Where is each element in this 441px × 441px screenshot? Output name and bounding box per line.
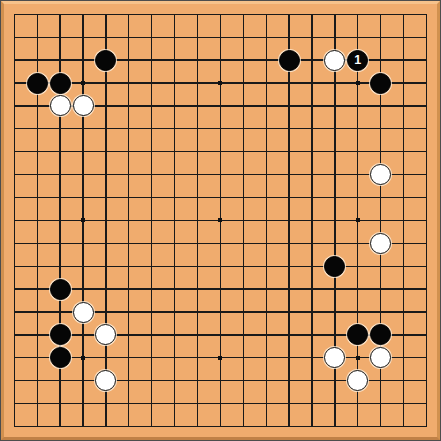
grid-line-horizontal <box>14 403 428 404</box>
star-point <box>356 81 360 85</box>
stone-white[interactable] <box>324 347 345 368</box>
stone-black[interactable] <box>370 73 391 94</box>
stone-white[interactable] <box>73 302 94 323</box>
stone-black[interactable] <box>50 73 71 94</box>
grid-line-vertical <box>426 14 427 428</box>
grid-line-horizontal <box>14 266 428 267</box>
star-point <box>81 218 85 222</box>
stone-black[interactable] <box>347 324 368 345</box>
stone-white[interactable] <box>370 164 391 185</box>
stone-white[interactable] <box>347 370 368 391</box>
stone-black[interactable] <box>27 73 48 94</box>
stone-black[interactable] <box>50 347 71 368</box>
go-board[interactable]: 1 <box>0 0 441 441</box>
star-point <box>356 356 360 360</box>
grid-line-vertical <box>311 14 312 428</box>
stone-black[interactable] <box>279 50 300 71</box>
stone-white[interactable] <box>370 347 391 368</box>
stone-white[interactable] <box>95 324 116 345</box>
stone-black[interactable] <box>50 279 71 300</box>
stone-white[interactable] <box>50 95 71 116</box>
stone-white[interactable] <box>73 95 94 116</box>
grid-line-horizontal <box>14 288 428 289</box>
board-grid: 1 <box>14 14 428 428</box>
board-surface: 1 <box>1 1 440 440</box>
star-point <box>218 218 222 222</box>
stone-black[interactable]: 1 <box>347 50 368 71</box>
grid-line-vertical <box>266 14 267 428</box>
star-point <box>218 81 222 85</box>
grid-line-horizontal <box>14 243 428 244</box>
stone-black[interactable] <box>370 324 391 345</box>
move-number-label: 1 <box>354 54 361 67</box>
star-point <box>356 218 360 222</box>
stone-white[interactable] <box>370 233 391 254</box>
grid-line-horizontal <box>14 426 428 427</box>
stone-black[interactable] <box>95 50 116 71</box>
stone-black[interactable] <box>324 256 345 277</box>
star-point <box>81 81 85 85</box>
stone-white[interactable] <box>324 50 345 71</box>
star-point <box>218 356 222 360</box>
stone-black[interactable] <box>50 324 71 345</box>
star-point <box>81 356 85 360</box>
grid-line-vertical <box>243 14 244 428</box>
grid-line-vertical <box>403 14 404 428</box>
stone-white[interactable] <box>95 370 116 391</box>
grid-line-vertical <box>288 14 289 428</box>
